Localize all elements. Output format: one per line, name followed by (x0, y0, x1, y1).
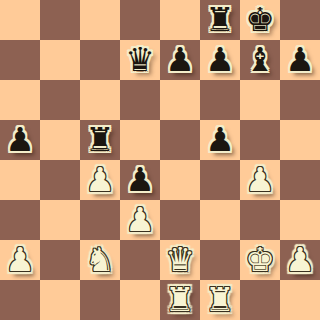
square-h4[interactable] (280, 160, 320, 200)
piece-black-rook-f8[interactable]: ♜ (205, 0, 235, 40)
piece-black-pawn-f5[interactable]: ♟ (205, 120, 235, 160)
square-g3[interactable] (240, 200, 280, 240)
piece-black-pawn-a5[interactable]: ♟ (5, 120, 35, 160)
square-f4[interactable] (200, 160, 240, 200)
piece-white-pawn-d3[interactable]: ♟ (125, 200, 155, 240)
square-b4[interactable] (40, 160, 80, 200)
square-g5[interactable] (240, 120, 280, 160)
square-f3[interactable] (200, 200, 240, 240)
square-e8[interactable] (160, 0, 200, 40)
square-f1[interactable]: ♜ (200, 280, 240, 320)
square-g1[interactable] (240, 280, 280, 320)
piece-black-pawn-d4[interactable]: ♟ (125, 160, 155, 200)
square-c5[interactable]: ♜ (80, 120, 120, 160)
square-a4[interactable] (0, 160, 40, 200)
chess-board: ♜♚♛♟♟♝♟♟♜♟♟♟♟♟♟♞♛♚♟♜♜ (0, 0, 320, 320)
square-h7[interactable]: ♟ (280, 40, 320, 80)
piece-white-knight-c2[interactable]: ♞ (85, 240, 115, 280)
piece-white-pawn-g4[interactable]: ♟ (245, 160, 275, 200)
piece-black-pawn-f7[interactable]: ♟ (205, 40, 235, 80)
square-b7[interactable] (40, 40, 80, 80)
square-g6[interactable] (240, 80, 280, 120)
square-a3[interactable] (0, 200, 40, 240)
square-h5[interactable] (280, 120, 320, 160)
square-d1[interactable] (120, 280, 160, 320)
square-h6[interactable] (280, 80, 320, 120)
square-d3[interactable]: ♟ (120, 200, 160, 240)
square-g7[interactable]: ♝ (240, 40, 280, 80)
square-c4[interactable]: ♟ (80, 160, 120, 200)
piece-black-queen-d7[interactable]: ♛ (125, 40, 155, 80)
square-d6[interactable] (120, 80, 160, 120)
square-a6[interactable] (0, 80, 40, 120)
square-a8[interactable] (0, 0, 40, 40)
piece-white-rook-f1[interactable]: ♜ (205, 280, 235, 320)
piece-white-pawn-h2[interactable]: ♟ (285, 240, 315, 280)
square-b8[interactable] (40, 0, 80, 40)
square-d2[interactable] (120, 240, 160, 280)
square-c1[interactable] (80, 280, 120, 320)
square-b1[interactable] (40, 280, 80, 320)
square-c2[interactable]: ♞ (80, 240, 120, 280)
square-h2[interactable]: ♟ (280, 240, 320, 280)
square-g2[interactable]: ♚ (240, 240, 280, 280)
square-f6[interactable] (200, 80, 240, 120)
square-b6[interactable] (40, 80, 80, 120)
square-h3[interactable] (280, 200, 320, 240)
square-e2[interactable]: ♛ (160, 240, 200, 280)
square-e4[interactable] (160, 160, 200, 200)
piece-black-rook-c5[interactable]: ♜ (85, 120, 115, 160)
square-d7[interactable]: ♛ (120, 40, 160, 80)
piece-black-king-g8[interactable]: ♚ (245, 0, 275, 40)
square-h8[interactable] (280, 0, 320, 40)
piece-white-pawn-a2[interactable]: ♟ (5, 240, 35, 280)
square-b2[interactable] (40, 240, 80, 280)
square-h1[interactable] (280, 280, 320, 320)
square-g8[interactable]: ♚ (240, 0, 280, 40)
piece-white-queen-e2[interactable]: ♛ (165, 240, 195, 280)
square-d4[interactable]: ♟ (120, 160, 160, 200)
square-d5[interactable] (120, 120, 160, 160)
square-c8[interactable] (80, 0, 120, 40)
square-a2[interactable]: ♟ (0, 240, 40, 280)
square-f8[interactable]: ♜ (200, 0, 240, 40)
piece-white-king-g2[interactable]: ♚ (245, 240, 275, 280)
square-a7[interactable] (0, 40, 40, 80)
piece-black-bishop-g7[interactable]: ♝ (245, 40, 275, 80)
square-e6[interactable] (160, 80, 200, 120)
piece-white-rook-e1[interactable]: ♜ (165, 280, 195, 320)
square-c6[interactable] (80, 80, 120, 120)
piece-white-pawn-c4[interactable]: ♟ (85, 160, 115, 200)
square-e7[interactable]: ♟ (160, 40, 200, 80)
square-c7[interactable] (80, 40, 120, 80)
square-a1[interactable] (0, 280, 40, 320)
square-e3[interactable] (160, 200, 200, 240)
square-a5[interactable]: ♟ (0, 120, 40, 160)
square-b3[interactable] (40, 200, 80, 240)
square-f7[interactable]: ♟ (200, 40, 240, 80)
square-b5[interactable] (40, 120, 80, 160)
square-f5[interactable]: ♟ (200, 120, 240, 160)
piece-black-pawn-e7[interactable]: ♟ (165, 40, 195, 80)
square-e5[interactable] (160, 120, 200, 160)
square-g4[interactable]: ♟ (240, 160, 280, 200)
square-d8[interactable] (120, 0, 160, 40)
square-f2[interactable] (200, 240, 240, 280)
piece-black-pawn-h7[interactable]: ♟ (285, 40, 315, 80)
square-c3[interactable] (80, 200, 120, 240)
square-e1[interactable]: ♜ (160, 280, 200, 320)
